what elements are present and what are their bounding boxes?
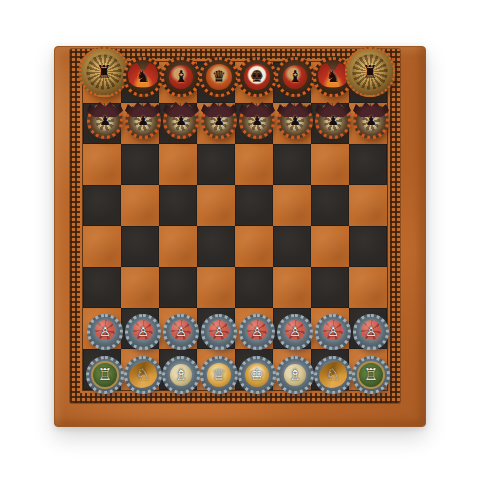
square-h6[interactable] xyxy=(349,144,387,185)
piece-black-rook[interactable]: ♜ xyxy=(345,46,396,97)
square-d8[interactable]: ♛ xyxy=(197,62,235,103)
white-king-glyph: ♔ xyxy=(250,367,264,383)
black-pawn-glyph: ♟ xyxy=(213,114,225,127)
square-b1[interactable]: ♘ xyxy=(121,349,159,390)
square-b4[interactable] xyxy=(121,226,159,267)
square-a2[interactable]: ♙ xyxy=(83,308,121,349)
piece-black-pawn[interactable]: ♟ xyxy=(163,103,199,139)
black-king-glyph: ♚ xyxy=(250,69,264,85)
piece-white-king[interactable]: ♔ xyxy=(238,356,276,394)
square-g4[interactable] xyxy=(311,226,349,267)
piece-white-knight[interactable]: ♘ xyxy=(314,356,352,394)
white-pawn-glyph: ♙ xyxy=(251,325,263,338)
square-f6[interactable] xyxy=(273,144,311,185)
piece-black-pawn[interactable]: ♟ xyxy=(201,103,237,139)
piece-white-pawn[interactable]: ♙ xyxy=(163,314,199,350)
white-rook-glyph: ♖ xyxy=(364,367,378,383)
square-h7[interactable]: ♟ xyxy=(349,103,387,144)
square-e1[interactable]: ♔ xyxy=(235,349,273,390)
square-g7[interactable]: ♟ xyxy=(311,103,349,144)
white-rook-glyph: ♖ xyxy=(98,367,112,383)
piece-black-bishop[interactable]: ♝ xyxy=(275,57,315,97)
white-pawn-glyph: ♙ xyxy=(365,325,377,338)
piece-white-bishop[interactable]: ♗ xyxy=(162,356,200,394)
square-d3[interactable] xyxy=(197,267,235,308)
black-bishop-glyph: ♝ xyxy=(288,69,302,85)
piece-black-knight[interactable]: ♞ xyxy=(123,57,163,97)
black-pawn-glyph: ♟ xyxy=(251,114,263,127)
square-h8[interactable]: ♜ xyxy=(349,62,387,103)
black-knight-glyph: ♞ xyxy=(136,69,150,85)
black-pawn-glyph: ♟ xyxy=(327,114,339,127)
square-d1[interactable]: ♕ xyxy=(197,349,235,390)
chess-board: ♜♞♝♛♚♝♞♜♟♟♟♟♟♟♟♟♙♙♙♙♙♙♙♙♖♘♗♕♔♗♘♖ xyxy=(54,46,426,427)
square-h2[interactable]: ♙ xyxy=(349,308,387,349)
piece-white-rook[interactable]: ♖ xyxy=(352,356,390,394)
piece-white-pawn[interactable]: ♙ xyxy=(353,314,389,350)
square-f8[interactable]: ♝ xyxy=(273,62,311,103)
white-queen-glyph: ♕ xyxy=(212,367,226,383)
white-pawn-glyph: ♙ xyxy=(175,325,187,338)
square-a7[interactable]: ♟ xyxy=(83,103,121,144)
square-f4[interactable] xyxy=(273,226,311,267)
square-b5[interactable] xyxy=(121,185,159,226)
square-a5[interactable] xyxy=(83,185,121,226)
piece-black-king[interactable]: ♚ xyxy=(237,57,277,97)
square-e4[interactable] xyxy=(235,226,273,267)
board-field: ♜♞♝♛♚♝♞♜♟♟♟♟♟♟♟♟♙♙♙♙♙♙♙♙♖♘♗♕♔♗♘♖ xyxy=(83,62,387,390)
square-c6[interactable] xyxy=(159,144,197,185)
black-knight-glyph: ♞ xyxy=(326,69,340,85)
white-bishop-glyph: ♗ xyxy=(174,367,188,383)
photo-stage: ♜♞♝♛♚♝♞♜♟♟♟♟♟♟♟♟♙♙♙♙♙♙♙♙♖♘♗♕♔♗♘♖ Overhea… xyxy=(0,0,480,480)
piece-white-bishop[interactable]: ♗ xyxy=(276,356,314,394)
square-b6[interactable] xyxy=(121,144,159,185)
square-a4[interactable] xyxy=(83,226,121,267)
white-knight-glyph: ♘ xyxy=(326,367,340,383)
piece-black-pawn[interactable]: ♟ xyxy=(239,103,275,139)
square-f3[interactable] xyxy=(273,267,311,308)
black-rook-glyph: ♜ xyxy=(362,63,378,81)
piece-white-queen[interactable]: ♕ xyxy=(200,356,238,394)
square-d2[interactable]: ♙ xyxy=(197,308,235,349)
square-c3[interactable] xyxy=(159,267,197,308)
square-d7[interactable]: ♟ xyxy=(197,103,235,144)
piece-white-rook[interactable]: ♖ xyxy=(86,356,124,394)
black-bishop-glyph: ♝ xyxy=(174,69,188,85)
white-bishop-glyph: ♗ xyxy=(288,367,302,383)
black-pawn-glyph: ♟ xyxy=(99,114,111,127)
square-h5[interactable] xyxy=(349,185,387,226)
square-e3[interactable] xyxy=(235,267,273,308)
white-knight-glyph: ♘ xyxy=(136,367,150,383)
square-h3[interactable] xyxy=(349,267,387,308)
black-pawn-glyph: ♟ xyxy=(289,114,301,127)
piece-black-rook[interactable]: ♜ xyxy=(79,46,130,97)
black-pawn-glyph: ♟ xyxy=(137,114,149,127)
black-pawn-glyph: ♟ xyxy=(365,114,377,127)
square-a3[interactable] xyxy=(83,267,121,308)
square-c2[interactable]: ♙ xyxy=(159,308,197,349)
square-c8[interactable]: ♝ xyxy=(159,62,197,103)
square-d5[interactable] xyxy=(197,185,235,226)
square-c5[interactable] xyxy=(159,185,197,226)
piece-white-pawn[interactable]: ♙ xyxy=(201,314,237,350)
piece-white-pawn[interactable]: ♙ xyxy=(277,314,313,350)
square-f7[interactable]: ♟ xyxy=(273,103,311,144)
white-pawn-glyph: ♙ xyxy=(213,325,225,338)
black-queen-glyph: ♛ xyxy=(212,69,226,85)
square-b8[interactable]: ♞ xyxy=(121,62,159,103)
black-pawn-glyph: ♟ xyxy=(175,114,187,127)
piece-black-bishop[interactable]: ♝ xyxy=(161,57,201,97)
square-e5[interactable] xyxy=(235,185,273,226)
square-b7[interactable]: ♟ xyxy=(121,103,159,144)
square-a8[interactable]: ♜ xyxy=(83,62,121,103)
square-d6[interactable] xyxy=(197,144,235,185)
square-g1[interactable]: ♘ xyxy=(311,349,349,390)
piece-white-pawn[interactable]: ♙ xyxy=(125,314,161,350)
square-g3[interactable] xyxy=(311,267,349,308)
white-pawn-glyph: ♙ xyxy=(289,325,301,338)
square-h4[interactable] xyxy=(349,226,387,267)
white-pawn-glyph: ♙ xyxy=(327,325,339,338)
square-g2[interactable]: ♙ xyxy=(311,308,349,349)
square-f2[interactable]: ♙ xyxy=(273,308,311,349)
square-f1[interactable]: ♗ xyxy=(273,349,311,390)
square-g8[interactable]: ♞ xyxy=(311,62,349,103)
piece-white-pawn[interactable]: ♙ xyxy=(87,314,123,350)
white-pawn-glyph: ♙ xyxy=(137,325,149,338)
white-pawn-glyph: ♙ xyxy=(99,325,111,338)
square-h1[interactable]: ♖ xyxy=(349,349,387,390)
piece-black-pawn[interactable]: ♟ xyxy=(353,103,389,139)
square-e2[interactable]: ♙ xyxy=(235,308,273,349)
square-c1[interactable]: ♗ xyxy=(159,349,197,390)
square-b2[interactable]: ♙ xyxy=(121,308,159,349)
piece-white-pawn[interactable]: ♙ xyxy=(239,314,275,350)
square-d4[interactable] xyxy=(197,226,235,267)
piece-black-pawn[interactable]: ♟ xyxy=(125,103,161,139)
square-e7[interactable]: ♟ xyxy=(235,103,273,144)
square-a6[interactable] xyxy=(83,144,121,185)
piece-black-pawn[interactable]: ♟ xyxy=(315,103,351,139)
square-g6[interactable] xyxy=(311,144,349,185)
square-f5[interactable] xyxy=(273,185,311,226)
square-c4[interactable] xyxy=(159,226,197,267)
square-e8[interactable]: ♚ xyxy=(235,62,273,103)
piece-black-pawn[interactable]: ♟ xyxy=(87,103,123,139)
square-c7[interactable]: ♟ xyxy=(159,103,197,144)
square-e6[interactable] xyxy=(235,144,273,185)
square-g5[interactable] xyxy=(311,185,349,226)
piece-white-pawn[interactable]: ♙ xyxy=(315,314,351,350)
square-a1[interactable]: ♖ xyxy=(83,349,121,390)
square-b3[interactable] xyxy=(121,267,159,308)
piece-black-queen[interactable]: ♛ xyxy=(199,57,239,97)
piece-black-pawn[interactable]: ♟ xyxy=(277,103,313,139)
piece-white-knight[interactable]: ♘ xyxy=(124,356,162,394)
black-rook-glyph: ♜ xyxy=(96,63,112,81)
